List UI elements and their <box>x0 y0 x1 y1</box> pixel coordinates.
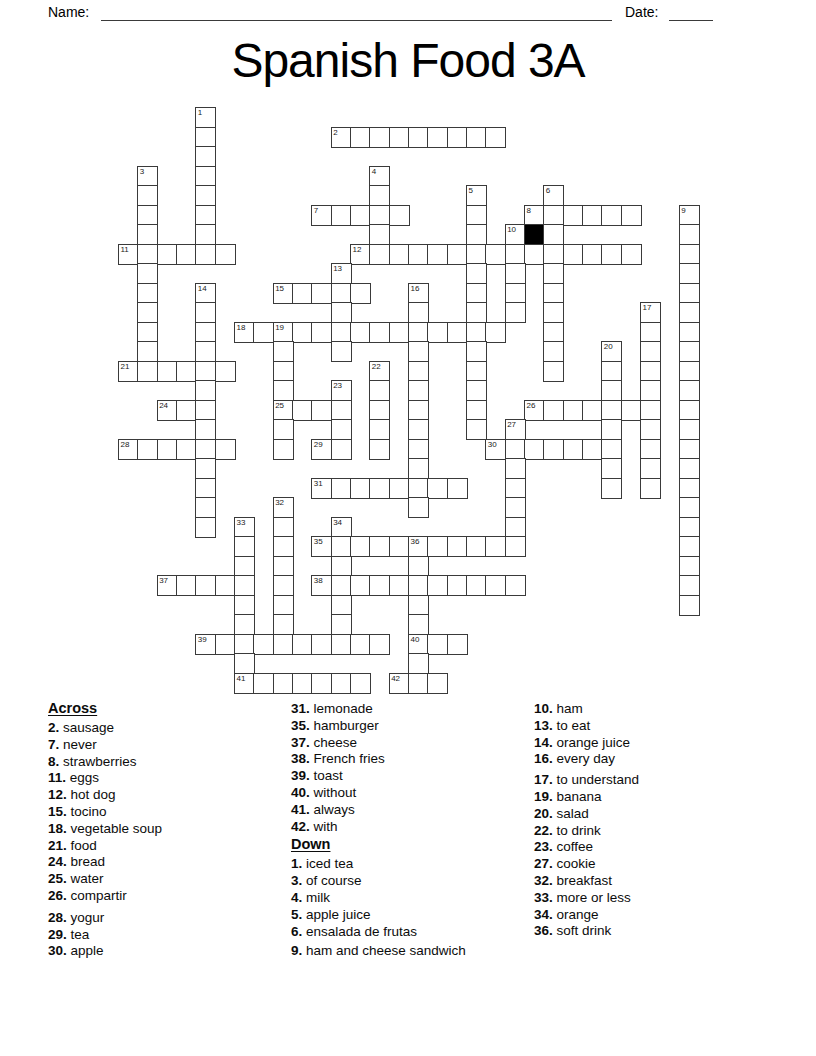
grid-cell[interactable] <box>195 419 216 440</box>
grid-cell[interactable] <box>408 653 429 674</box>
grid-cell[interactable]: 39 <box>195 634 216 655</box>
grid-cell[interactable]: 28 <box>118 439 139 460</box>
grid-cell[interactable] <box>369 478 390 499</box>
grid-cell[interactable] <box>292 400 313 421</box>
grid-cell[interactable] <box>563 400 584 421</box>
grid-cell[interactable] <box>137 302 158 323</box>
grid-cell[interactable] <box>389 322 410 343</box>
grid-cell[interactable] <box>679 517 700 538</box>
grid-cell[interactable] <box>466 127 487 148</box>
grid-cell[interactable] <box>234 595 255 616</box>
grid-cell[interactable] <box>331 439 352 460</box>
grid-cell[interactable] <box>389 536 410 557</box>
grid-cell[interactable] <box>447 127 468 148</box>
grid-cell[interactable] <box>679 595 700 616</box>
grid-cell[interactable] <box>427 634 448 655</box>
grid-cell[interactable]: 13 <box>331 263 352 284</box>
grid-cell[interactable] <box>679 322 700 343</box>
grid-cell[interactable] <box>621 205 642 226</box>
grid-cell[interactable] <box>466 263 487 284</box>
grid-cell[interactable] <box>331 575 352 596</box>
grid-cell[interactable] <box>137 361 158 382</box>
grid-cell[interactable] <box>408 673 429 694</box>
grid-cell[interactable] <box>408 556 429 577</box>
grid-cell[interactable] <box>195 361 216 382</box>
grid-cell[interactable] <box>292 322 313 343</box>
grid-cell[interactable] <box>543 341 564 362</box>
grid-cell[interactable] <box>679 575 700 596</box>
grid-cell[interactable] <box>311 283 332 304</box>
grid-cell[interactable] <box>640 458 661 479</box>
grid-cell[interactable] <box>273 556 294 577</box>
grid-cell[interactable] <box>408 497 429 518</box>
grid-cell[interactable] <box>195 185 216 206</box>
grid-cell[interactable] <box>679 536 700 557</box>
grid-cell[interactable]: 38 <box>311 575 332 596</box>
grid-cell[interactable] <box>331 400 352 421</box>
grid-cell[interactable]: 22 <box>369 361 390 382</box>
grid-cell[interactable] <box>273 361 294 382</box>
grid-cell[interactable] <box>273 419 294 440</box>
grid-cell[interactable] <box>563 205 584 226</box>
grid-cell[interactable] <box>273 673 294 694</box>
grid-cell[interactable]: 26 <box>524 400 545 421</box>
grid-cell[interactable] <box>563 439 584 460</box>
grid-cell[interactable] <box>505 497 526 518</box>
grid-cell[interactable] <box>273 439 294 460</box>
grid-cell[interactable] <box>563 244 584 265</box>
grid-cell[interactable] <box>427 536 448 557</box>
grid-cell[interactable] <box>679 224 700 245</box>
grid-cell[interactable] <box>408 341 429 362</box>
grid-cell[interactable] <box>311 322 332 343</box>
grid-cell[interactable] <box>292 283 313 304</box>
grid-cell[interactable] <box>601 361 622 382</box>
grid-cell[interactable] <box>427 575 448 596</box>
grid-cell[interactable] <box>408 419 429 440</box>
grid-cell[interactable] <box>582 400 603 421</box>
grid-cell[interactable] <box>679 419 700 440</box>
grid-cell[interactable] <box>369 224 390 245</box>
grid-cell[interactable] <box>447 536 468 557</box>
grid-cell[interactable] <box>466 419 487 440</box>
grid-cell[interactable] <box>582 244 603 265</box>
grid-cell[interactable] <box>640 439 661 460</box>
clue-item: 33. more or less <box>534 890 774 907</box>
grid-cell[interactable] <box>389 478 410 499</box>
name-input-line[interactable] <box>101 4 612 21</box>
grid-cell[interactable] <box>505 536 526 557</box>
grid-cell[interactable] <box>485 244 506 265</box>
grid-cell[interactable] <box>273 517 294 538</box>
grid-cell[interactable] <box>408 400 429 421</box>
grid-cell[interactable] <box>350 536 371 557</box>
grid-cell[interactable] <box>524 244 545 265</box>
grid-cell[interactable] <box>234 634 255 655</box>
grid-cell[interactable]: 7 <box>311 205 332 226</box>
grid-cell[interactable] <box>137 341 158 362</box>
grid-cell[interactable] <box>137 185 158 206</box>
grid-cell[interactable] <box>234 614 255 635</box>
grid-cell[interactable] <box>137 224 158 245</box>
grid-cell[interactable] <box>176 439 197 460</box>
grid-cell[interactable] <box>369 185 390 206</box>
grid-cell[interactable] <box>505 517 526 538</box>
grid-cell[interactable]: 32 <box>273 497 294 518</box>
grid-cell[interactable] <box>311 673 332 694</box>
grid-cell[interactable] <box>369 439 390 460</box>
grid-cell[interactable] <box>215 244 236 265</box>
grid-cell[interactable] <box>601 419 622 440</box>
grid-cell[interactable] <box>369 244 390 265</box>
grid-cell[interactable] <box>466 224 487 245</box>
grid-cell[interactable]: 30 <box>485 439 506 460</box>
grid-cell[interactable] <box>601 439 622 460</box>
grid-cell[interactable] <box>350 322 371 343</box>
grid-cell[interactable] <box>331 419 352 440</box>
grid-cell[interactable]: 21 <box>118 361 139 382</box>
grid-cell[interactable] <box>195 478 216 499</box>
grid-cell[interactable] <box>447 244 468 265</box>
grid-cell[interactable] <box>505 302 526 323</box>
grid-cell[interactable] <box>195 166 216 187</box>
grid-cell[interactable] <box>157 361 178 382</box>
grid-cell[interactable] <box>679 263 700 284</box>
grid-cell[interactable] <box>427 478 448 499</box>
grid-cell[interactable] <box>292 634 313 655</box>
grid-cell[interactable] <box>408 244 429 265</box>
grid-cell[interactable] <box>679 283 700 304</box>
grid-cell[interactable] <box>640 322 661 343</box>
grid-cell[interactable] <box>369 419 390 440</box>
grid-cell[interactable] <box>447 322 468 343</box>
grid-cell[interactable] <box>157 244 178 265</box>
grid-cell[interactable] <box>273 634 294 655</box>
grid-cell[interactable] <box>485 127 506 148</box>
grid-cell[interactable] <box>137 439 158 460</box>
grid-cell[interactable]: 20 <box>601 341 622 362</box>
grid-cell[interactable] <box>195 575 216 596</box>
grid-cell[interactable] <box>466 302 487 323</box>
grid-cell[interactable] <box>369 127 390 148</box>
grid-cell[interactable] <box>350 575 371 596</box>
grid-cell[interactable] <box>679 439 700 460</box>
grid-cell[interactable] <box>273 341 294 362</box>
grid-cell[interactable] <box>350 283 371 304</box>
grid-cell[interactable] <box>408 302 429 323</box>
grid-cell[interactable] <box>466 361 487 382</box>
grid-cell[interactable] <box>331 302 352 323</box>
clue-item: 13. to eat <box>534 718 774 735</box>
grid-cell[interactable] <box>273 575 294 596</box>
grid-cell[interactable] <box>679 361 700 382</box>
grid-cell[interactable] <box>195 302 216 323</box>
grid-cell[interactable] <box>253 673 274 694</box>
grid-cell[interactable] <box>505 478 526 499</box>
grid-cell[interactable] <box>543 302 564 323</box>
grid-cell[interactable] <box>621 400 642 421</box>
grid-cell[interactable] <box>543 205 564 226</box>
grid-cell[interactable]: 37 <box>157 575 178 596</box>
grid-cell[interactable] <box>137 283 158 304</box>
grid-cell[interactable] <box>543 244 564 265</box>
grid-cell[interactable] <box>350 127 371 148</box>
grid-cell[interactable] <box>176 400 197 421</box>
grid-cell[interactable] <box>505 244 526 265</box>
grid-cell[interactable] <box>427 322 448 343</box>
grid-cell[interactable] <box>408 614 429 635</box>
grid-cell[interactable] <box>176 575 197 596</box>
grid-cell[interactable] <box>427 673 448 694</box>
grid-cell[interactable] <box>485 575 506 596</box>
grid-cell[interactable] <box>137 322 158 343</box>
grid-cell[interactable] <box>389 575 410 596</box>
grid-cell[interactable] <box>311 634 332 655</box>
grid-cell[interactable] <box>273 380 294 401</box>
grid-cell[interactable] <box>505 263 526 284</box>
grid-cell[interactable] <box>466 380 487 401</box>
grid-cell[interactable] <box>350 673 371 694</box>
grid-cell[interactable] <box>505 439 526 460</box>
grid-cell[interactable] <box>408 322 429 343</box>
grid-cell[interactable] <box>679 380 700 401</box>
grid-cell[interactable] <box>369 322 390 343</box>
grid-cell[interactable] <box>311 400 332 421</box>
grid-cell[interactable] <box>505 575 526 596</box>
grid-cell[interactable] <box>408 458 429 479</box>
grid-cell[interactable] <box>679 478 700 499</box>
grid-cell[interactable] <box>273 614 294 635</box>
grid-cell[interactable] <box>389 127 410 148</box>
grid-cell[interactable] <box>408 478 429 499</box>
grid-cell[interactable] <box>157 439 178 460</box>
grid-cell[interactable] <box>543 400 564 421</box>
date-input-line[interactable] <box>669 4 713 21</box>
grid-cell[interactable] <box>466 205 487 226</box>
grid-cell[interactable] <box>543 322 564 343</box>
clue-number: 5. <box>291 907 302 922</box>
grid-cell[interactable] <box>427 244 448 265</box>
grid-cell[interactable] <box>195 497 216 518</box>
grid-cell[interactable] <box>505 458 526 479</box>
grid-cell[interactable] <box>582 205 603 226</box>
grid-cell[interactable] <box>485 322 506 343</box>
grid-cell[interactable] <box>331 536 352 557</box>
grid-cell[interactable] <box>408 439 429 460</box>
grid-cell[interactable] <box>369 380 390 401</box>
grid-cell[interactable] <box>582 439 603 460</box>
grid-cell[interactable] <box>331 205 352 226</box>
grid-cell[interactable] <box>679 341 700 362</box>
grid-cell[interactable] <box>679 497 700 518</box>
grid-cell[interactable]: 11 <box>118 244 139 265</box>
grid-cell[interactable]: 41 <box>234 673 255 694</box>
grid-cell[interactable] <box>331 556 352 577</box>
grid-cell[interactable] <box>543 263 564 284</box>
grid-cell[interactable] <box>601 244 622 265</box>
grid-cell[interactable] <box>195 439 216 460</box>
grid-cell[interactable]: 3 <box>137 166 158 187</box>
grid-cell[interactable] <box>466 575 487 596</box>
clue-number: 21. <box>48 838 67 853</box>
grid-cell[interactable] <box>601 205 622 226</box>
grid-cell[interactable] <box>427 127 448 148</box>
grid-cell[interactable] <box>640 341 661 362</box>
grid-cell[interactable] <box>408 380 429 401</box>
grid-cell[interactable] <box>195 517 216 538</box>
grid-cell[interactable] <box>679 556 700 577</box>
grid-cell[interactable] <box>234 575 255 596</box>
grid-cell[interactable]: 14 <box>195 283 216 304</box>
grid-cell[interactable] <box>331 341 352 362</box>
grid-cell[interactable] <box>408 575 429 596</box>
clue-number: 30. <box>48 943 67 958</box>
grid-cell[interactable] <box>234 556 255 577</box>
grid-cell[interactable] <box>331 478 352 499</box>
grid-cell[interactable] <box>601 458 622 479</box>
grid-cell[interactable] <box>253 634 274 655</box>
grid-cell[interactable] <box>369 400 390 421</box>
grid-cell[interactable]: 16 <box>408 283 429 304</box>
grid-cell[interactable] <box>137 263 158 284</box>
grid-cell[interactable] <box>273 595 294 616</box>
grid-cell[interactable] <box>601 380 622 401</box>
grid-cell[interactable]: 40 <box>408 634 429 655</box>
grid-cell[interactable] <box>195 458 216 479</box>
grid-cell[interactable] <box>389 205 410 226</box>
grid-cell[interactable]: 24 <box>157 400 178 421</box>
grid-cell[interactable] <box>447 478 468 499</box>
grid-cell[interactable]: 9 <box>679 205 700 226</box>
grid-cell[interactable] <box>331 634 352 655</box>
grid-cell[interactable] <box>640 380 661 401</box>
grid-cell[interactable] <box>195 127 216 148</box>
grid-cell[interactable] <box>640 361 661 382</box>
grid-cell[interactable] <box>408 595 429 616</box>
grid-cell[interactable] <box>350 478 371 499</box>
grid-cell[interactable]: 18 <box>234 322 255 343</box>
grid-cell[interactable] <box>466 244 487 265</box>
clue-text: breakfast <box>553 873 612 888</box>
grid-cell[interactable] <box>621 244 642 265</box>
grid-cell[interactable] <box>466 322 487 343</box>
grid-cell[interactable]: 19 <box>273 322 294 343</box>
grid-cell[interactable] <box>369 575 390 596</box>
grid-cell[interactable] <box>466 400 487 421</box>
grid-cell[interactable] <box>195 341 216 362</box>
grid-cell[interactable] <box>543 361 564 382</box>
grid-cell[interactable] <box>369 205 390 226</box>
grid-cell[interactable] <box>408 361 429 382</box>
grid-cell[interactable] <box>408 127 429 148</box>
grid-cell[interactable] <box>679 458 700 479</box>
grid-cell[interactable] <box>485 536 506 557</box>
grid-cell[interactable] <box>466 536 487 557</box>
grid-cell[interactable] <box>137 244 158 265</box>
grid-cell[interactable] <box>215 361 236 382</box>
grid-cell[interactable] <box>195 146 216 167</box>
grid-cell[interactable] <box>234 653 255 674</box>
grid-cell[interactable] <box>601 478 622 499</box>
grid-cell[interactable] <box>524 439 545 460</box>
grid-cell[interactable]: 27 <box>505 419 526 440</box>
grid-cell[interactable] <box>543 283 564 304</box>
grid-cell[interactable]: 31 <box>311 478 332 499</box>
grid-cell[interactable] <box>466 341 487 362</box>
grid-cell[interactable] <box>640 419 661 440</box>
grid-cell[interactable] <box>215 634 236 655</box>
grid-cell[interactable]: 34 <box>331 517 352 538</box>
grid-cell[interactable] <box>215 575 236 596</box>
grid-cell[interactable] <box>679 302 700 323</box>
grid-cell[interactable]: 25 <box>273 400 294 421</box>
grid-cell[interactable] <box>195 322 216 343</box>
grid-cell[interactable]: 8 <box>524 205 545 226</box>
grid-cell[interactable]: 23 <box>331 380 352 401</box>
grid-cell[interactable] <box>195 400 216 421</box>
grid-cell[interactable] <box>195 205 216 226</box>
grid-cell[interactable]: 6 <box>543 185 564 206</box>
grid-cell[interactable]: 1 <box>195 107 216 128</box>
grid-cell[interactable] <box>195 224 216 245</box>
grid-cell[interactable]: 12 <box>350 244 371 265</box>
grid-cell[interactable] <box>543 439 564 460</box>
grid-cell[interactable]: 36 <box>408 536 429 557</box>
grid-cell[interactable]: 15 <box>273 283 294 304</box>
grid-cell[interactable] <box>679 400 700 421</box>
grid-cell[interactable] <box>466 283 487 304</box>
grid-cell[interactable] <box>369 536 390 557</box>
grid-cell[interactable] <box>447 634 468 655</box>
grid-cell[interactable]: 10 <box>505 224 526 245</box>
grid-cell[interactable] <box>350 205 371 226</box>
grid-cell[interactable]: 4 <box>369 166 390 187</box>
grid-cell[interactable] <box>679 244 700 265</box>
grid-cell[interactable] <box>195 380 216 401</box>
grid-cell[interactable] <box>176 244 197 265</box>
grid-cell[interactable] <box>331 595 352 616</box>
grid-cell[interactable] <box>505 283 526 304</box>
grid-cell[interactable] <box>640 400 661 421</box>
grid-cell[interactable] <box>195 244 216 265</box>
grid-cell[interactable] <box>253 322 274 343</box>
grid-cell[interactable]: 33 <box>234 517 255 538</box>
grid-cell[interactable] <box>176 361 197 382</box>
grid-cell[interactable] <box>640 478 661 499</box>
grid-cell[interactable]: 42 <box>389 673 410 694</box>
grid-cell[interactable]: 17 <box>640 302 661 323</box>
grid-cell[interactable]: 35 <box>311 536 332 557</box>
grid-cell[interactable] <box>543 224 564 245</box>
grid-cell[interactable] <box>331 283 352 304</box>
grid-cell[interactable] <box>331 614 352 635</box>
grid-cell[interactable] <box>273 536 294 557</box>
grid-cell[interactable] <box>292 673 313 694</box>
grid-cell[interactable]: 5 <box>466 185 487 206</box>
grid-cell[interactable] <box>447 575 468 596</box>
grid-cell[interactable] <box>215 439 236 460</box>
grid-cell[interactable] <box>331 673 352 694</box>
grid-cell[interactable] <box>331 322 352 343</box>
grid-cell[interactable] <box>369 634 390 655</box>
grid-cell[interactable]: 2 <box>331 127 352 148</box>
grid-cell[interactable] <box>350 634 371 655</box>
grid-cell[interactable]: 29 <box>311 439 332 460</box>
grid-cell[interactable] <box>389 244 410 265</box>
grid-cell[interactable] <box>234 536 255 557</box>
grid-cell[interactable] <box>601 400 622 421</box>
grid-cell[interactable] <box>137 205 158 226</box>
